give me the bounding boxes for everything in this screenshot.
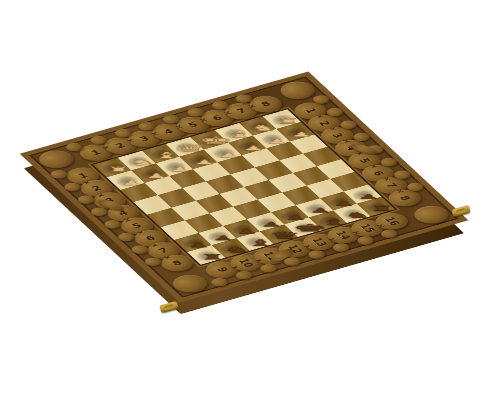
numbered-checker-disc: 11 — [249, 245, 293, 267]
brass-latch-front[interactable] — [159, 301, 178, 313]
disc-number: 9 — [214, 266, 230, 273]
disc-number: 16 — [382, 216, 402, 227]
plain-carved-disc — [354, 235, 376, 246]
cross-carving-icon: ✕ — [109, 205, 120, 211]
square-a5[interactable] — [147, 208, 185, 227]
square-d7[interactable] — [247, 212, 285, 231]
piece-white-pawn[interactable]: ♟ — [139, 172, 173, 179]
piece-white-pawn[interactable]: ♟ — [260, 138, 294, 145]
disc-number: 13 — [309, 237, 329, 248]
plain-carved-disc — [142, 256, 164, 267]
disc-number: 1 — [76, 172, 90, 180]
square-b4[interactable] — [158, 188, 196, 207]
disc-number: 10 — [236, 257, 256, 268]
plain-carved-disc — [48, 169, 70, 180]
plain-carved-disc — [233, 270, 255, 281]
piece-white-pawn[interactable]: ♟ — [187, 158, 221, 165]
disc-number: 2 — [90, 184, 104, 192]
square-a4[interactable] — [133, 195, 171, 214]
numbered-checker-disc: 15 — [346, 217, 390, 239]
piece-white-pawn[interactable]: ♟ — [163, 165, 197, 172]
plain-carved-disc — [129, 244, 151, 255]
square-f7[interactable] — [295, 198, 333, 217]
disc-number: 3 — [138, 135, 152, 143]
cross-carving-icon: ✕ — [95, 193, 106, 199]
disc-number: 11 — [260, 250, 280, 261]
plain-carved-disc — [102, 219, 124, 230]
disc-number: 12 — [285, 244, 305, 255]
square-d8[interactable] — [260, 225, 298, 244]
cross-carving-icon: ✕ — [395, 189, 406, 195]
leaf-carving-icon — [96, 198, 127, 213]
square-g8[interactable] — [333, 204, 371, 223]
disc-number: 6 — [370, 170, 386, 177]
disc-number: 7 — [383, 182, 399, 189]
disc-number: 4 — [162, 128, 176, 136]
plain-carved-disc — [167, 272, 213, 296]
disc-number: 5 — [186, 121, 200, 129]
cross-carving-icon: ✕ — [230, 265, 241, 271]
piece-white-pawn[interactable]: ♟ — [115, 179, 149, 186]
square-d6[interactable] — [233, 200, 271, 219]
plain-carved-disc — [257, 263, 279, 274]
plain-carved-disc — [209, 277, 231, 288]
square-a8[interactable] — [187, 245, 225, 264]
plain-carved-disc — [282, 256, 304, 267]
disc-number: 7 — [157, 247, 171, 255]
piece-white-pawn[interactable]: ♟ — [285, 131, 319, 138]
disc-number: 6 — [210, 114, 224, 122]
disc-number: 3 — [103, 197, 117, 205]
piece-white-pawn[interactable]: ♟ — [212, 151, 246, 158]
disc-number: 15 — [358, 223, 378, 234]
disc-number: 1 — [89, 148, 103, 156]
piece-white-rook[interactable]: ♜ — [101, 166, 135, 173]
plain-carved-disc — [408, 203, 454, 227]
chess-board: 119122102✕✕✕✕33113✕✕✕✕44124✕✕✕✕55135✕✕✕✕… — [20, 71, 469, 302]
cross-carving-icon: ✕ — [255, 258, 266, 264]
disc-number: 2 — [316, 120, 332, 127]
disc-number: 7 — [235, 107, 249, 115]
square-b5[interactable] — [171, 201, 209, 220]
leaf-carving-icon — [267, 247, 296, 263]
square-a7[interactable] — [174, 233, 212, 252]
disc-number: 6 — [143, 234, 157, 242]
cross-carving-icon: ✕ — [327, 237, 338, 243]
square-c6[interactable] — [209, 206, 247, 225]
plain-carved-disc — [379, 228, 401, 239]
plain-carved-disc — [75, 194, 97, 205]
cross-carving-icon: ✕ — [303, 244, 314, 250]
square-e6[interactable] — [257, 193, 295, 212]
numbered-checker-disc: 14 — [322, 224, 366, 246]
cross-carving-icon: ✕ — [122, 218, 133, 224]
disc-number: 8 — [397, 195, 413, 202]
square-b6[interactable] — [185, 213, 223, 232]
cross-carving-icon: ✕ — [376, 223, 387, 229]
disc-number: 8 — [259, 100, 273, 108]
square-c7[interactable] — [222, 219, 260, 238]
plain-carved-disc — [330, 242, 352, 253]
disc-number: 4 — [117, 209, 131, 217]
square-e8[interactable] — [284, 218, 322, 237]
plain-carved-disc — [115, 231, 137, 242]
cross-carving-icon: ✕ — [163, 255, 174, 261]
disc-number: 2 — [113, 142, 127, 150]
square-f6[interactable] — [282, 186, 320, 205]
cross-carving-icon: ✕ — [149, 243, 160, 249]
square-d5[interactable] — [220, 187, 258, 206]
disc-number: 5 — [130, 222, 144, 230]
cross-carving-icon: ✕ — [352, 230, 363, 236]
square-h8[interactable] — [357, 197, 395, 216]
square-a6[interactable] — [160, 220, 198, 239]
square-c8[interactable] — [236, 231, 274, 250]
chess-set-photo: 119122102✕✕✕✕33113✕✕✕✕44124✕✕✕✕55135✕✕✕✕… — [0, 0, 500, 400]
numbered-checker-disc: 5 — [115, 215, 159, 237]
square-c5[interactable] — [195, 194, 233, 213]
disc-number: 14 — [333, 230, 353, 241]
cross-carving-icon: ✕ — [136, 230, 147, 236]
plain-carved-disc — [306, 249, 328, 260]
cross-carving-icon: ✕ — [279, 251, 290, 257]
plain-carved-disc — [405, 181, 427, 192]
disc-number: 8 — [170, 259, 184, 267]
square-e7[interactable] — [271, 205, 309, 224]
numbered-checker-disc: 13 — [297, 231, 341, 253]
square-f8[interactable] — [309, 211, 347, 230]
numbered-checker-disc: 12 — [273, 238, 317, 260]
piece-white-pawn[interactable]: ♟ — [236, 145, 270, 152]
numbered-checker-disc: 3 — [88, 190, 132, 212]
square-b7[interactable] — [198, 226, 236, 245]
plain-carved-disc — [88, 206, 110, 217]
square-b8[interactable] — [212, 238, 250, 257]
